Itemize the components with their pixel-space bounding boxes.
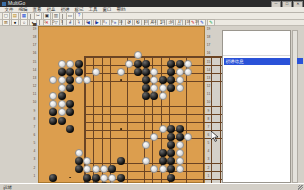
board-cell-S7[interactable] xyxy=(184,149,192,157)
board-cell-H6[interactable] xyxy=(100,157,108,165)
board-cell-M12[interactable] xyxy=(133,108,141,116)
board-cell-P13[interactable] xyxy=(159,100,167,108)
board-cell-C7[interactable] xyxy=(58,149,66,157)
board-cell-S14[interactable] xyxy=(184,92,192,100)
board-cell-D12[interactable] xyxy=(66,108,74,116)
board-cell-M8[interactable] xyxy=(133,141,141,149)
board-cell-M17[interactable] xyxy=(133,68,141,76)
board-cell-D13[interactable] xyxy=(66,100,74,108)
board-cell-Q13[interactable] xyxy=(167,100,175,108)
board-cell-K14[interactable] xyxy=(117,92,125,100)
board-cell-A13[interactable] xyxy=(41,100,49,108)
board-cell-K12[interactable] xyxy=(117,108,125,116)
board-cell-O19[interactable] xyxy=(150,51,158,59)
board-cell-M9[interactable] xyxy=(133,133,141,141)
board-cell-B11[interactable] xyxy=(49,117,57,125)
board-cell-G11[interactable] xyxy=(91,117,99,125)
board-cell-Q14[interactable] xyxy=(167,92,175,100)
board-cell-J9[interactable] xyxy=(108,133,116,141)
board-cell-O18[interactable] xyxy=(150,60,158,68)
board-cell-T12[interactable] xyxy=(192,108,200,116)
board-cell-N7[interactable] xyxy=(142,149,150,157)
board-cell-B8[interactable] xyxy=(49,141,57,149)
board-cell-C10[interactable] xyxy=(58,125,66,133)
board-cell-N12[interactable] xyxy=(142,108,150,116)
menu-item[interactable]: 帮助 xyxy=(114,7,128,13)
board-cell-K13[interactable] xyxy=(117,100,125,108)
board-cell-J10[interactable] xyxy=(108,125,116,133)
board-cell-J15[interactable] xyxy=(108,84,116,92)
board-cell-E11[interactable] xyxy=(74,117,82,125)
board-cell-B9[interactable] xyxy=(49,133,57,141)
board-cell-O15[interactable] xyxy=(150,84,158,92)
board-cell-P14[interactable] xyxy=(159,92,167,100)
board-cell-L16[interactable] xyxy=(125,76,133,84)
board-cell-B15[interactable] xyxy=(49,84,57,92)
board-cell-T4[interactable] xyxy=(192,174,200,182)
board-cell-E10[interactable] xyxy=(74,125,82,133)
board-cell-P17[interactable] xyxy=(159,68,167,76)
board-cell-E6[interactable] xyxy=(74,157,82,165)
board-cell-O7[interactable] xyxy=(150,149,158,157)
board-cell-F11[interactable] xyxy=(83,117,91,125)
board-cell-J13[interactable] xyxy=(108,100,116,108)
board-cell-F6[interactable] xyxy=(83,157,91,165)
board-cell-S11[interactable] xyxy=(184,117,192,125)
board-cell-L6[interactable] xyxy=(125,157,133,165)
board-cell-Q19[interactable] xyxy=(167,51,175,59)
board-cell-E15[interactable] xyxy=(74,84,82,92)
board-cell-Q6[interactable] xyxy=(167,157,175,165)
board-cell-H12[interactable] xyxy=(100,108,108,116)
board-cell-P11[interactable] xyxy=(159,117,167,125)
board-cell-N9[interactable] xyxy=(142,133,150,141)
board-cell-B10[interactable] xyxy=(49,125,57,133)
board-cell-E14[interactable] xyxy=(74,92,82,100)
board-cell-J12[interactable] xyxy=(108,108,116,116)
board-cell-J16[interactable] xyxy=(108,76,116,84)
board-cell-K7[interactable] xyxy=(117,149,125,157)
board-cell-T16[interactable] xyxy=(192,76,200,84)
board-cell-H4[interactable] xyxy=(100,174,108,182)
board-cell-H9[interactable] xyxy=(100,133,108,141)
board-cell-T7[interactable] xyxy=(192,149,200,157)
board-cell-H11[interactable] xyxy=(100,117,108,125)
board-cell-K11[interactable] xyxy=(117,117,125,125)
board-cell-P12[interactable] xyxy=(159,108,167,116)
board-cell-F10[interactable] xyxy=(83,125,91,133)
board-cell-H8[interactable] xyxy=(100,141,108,149)
board-cell-R18[interactable] xyxy=(176,60,184,68)
board-cell-Q11[interactable] xyxy=(167,117,175,125)
board-cell-J4[interactable] xyxy=(108,174,116,182)
board-cell-C14[interactable] xyxy=(58,92,66,100)
board-cell-F18[interactable] xyxy=(83,60,91,68)
board-cell-O16[interactable] xyxy=(150,76,158,84)
board-cell-F12[interactable] xyxy=(83,108,91,116)
board-cell-E19[interactable] xyxy=(74,51,82,59)
board-cell-P15[interactable] xyxy=(159,84,167,92)
board-cell-Q5[interactable] xyxy=(167,165,175,173)
board-cell-T6[interactable] xyxy=(192,157,200,165)
board-cell-D4[interactable] xyxy=(66,174,74,182)
board-cell-Q18[interactable] xyxy=(167,60,175,68)
board-cell-S18[interactable] xyxy=(184,60,192,68)
board-cell-H15[interactable] xyxy=(100,84,108,92)
board-cell-C11[interactable] xyxy=(58,117,66,125)
board-cell-P4[interactable] xyxy=(159,174,167,182)
board-cell-D14[interactable] xyxy=(66,92,74,100)
board-cell-R8[interactable] xyxy=(176,141,184,149)
board-cell-O14[interactable] xyxy=(150,92,158,100)
board-cell-N14[interactable] xyxy=(142,92,150,100)
board-cell-C5[interactable] xyxy=(58,165,66,173)
board-cell-K6[interactable] xyxy=(117,157,125,165)
board-cell-D10[interactable] xyxy=(66,125,74,133)
board-cell-O13[interactable] xyxy=(150,100,158,108)
board-cell-N8[interactable] xyxy=(142,141,150,149)
board-cell-N4[interactable] xyxy=(142,174,150,182)
board-cell-L19[interactable] xyxy=(125,51,133,59)
board-cell-B14[interactable] xyxy=(49,92,57,100)
board-cell-G10[interactable] xyxy=(91,125,99,133)
board-cell-F17[interactable] xyxy=(83,68,91,76)
board-cell-R17[interactable] xyxy=(176,68,184,76)
board-cell-A4[interactable] xyxy=(41,174,49,182)
board-cell-B18[interactable] xyxy=(49,60,57,68)
board-cell-N17[interactable] xyxy=(142,68,150,76)
board-cell-T18[interactable] xyxy=(192,60,200,68)
board-cell-O11[interactable] xyxy=(150,117,158,125)
board-cell-H18[interactable] xyxy=(100,60,108,68)
board-cell-Q12[interactable] xyxy=(167,108,175,116)
board-cell-S12[interactable] xyxy=(184,108,192,116)
board-cell-N18[interactable] xyxy=(142,60,150,68)
board-cell-G17[interactable] xyxy=(91,68,99,76)
board-cell-R12[interactable] xyxy=(176,108,184,116)
board-cell-B16[interactable] xyxy=(49,76,57,84)
board-cell-J14[interactable] xyxy=(108,92,116,100)
board-cell-N11[interactable] xyxy=(142,117,150,125)
board-cell-K17[interactable] xyxy=(117,68,125,76)
board-cell-S15[interactable] xyxy=(184,84,192,92)
board-cell-R4[interactable] xyxy=(176,174,184,182)
selected-node-item[interactable]: 棋谱信息 xyxy=(224,58,290,65)
board-cell-F13[interactable] xyxy=(83,100,91,108)
board-cell-T9[interactable] xyxy=(192,133,200,141)
board-cell-S19[interactable] xyxy=(184,51,192,59)
board-cell-B12[interactable] xyxy=(49,108,57,116)
board-cell-K8[interactable] xyxy=(117,141,125,149)
board-cell-F15[interactable] xyxy=(83,84,91,92)
board-cell-L13[interactable] xyxy=(125,100,133,108)
board-cell-L8[interactable] xyxy=(125,141,133,149)
board-cell-G14[interactable] xyxy=(91,92,99,100)
board-cell-P6[interactable] xyxy=(159,157,167,165)
board-cell-G6[interactable] xyxy=(91,157,99,165)
board-cell-R7[interactable] xyxy=(176,149,184,157)
board-cell-J18[interactable] xyxy=(108,60,116,68)
board-cell-F7[interactable] xyxy=(83,149,91,157)
board-cell-S10[interactable] xyxy=(184,125,192,133)
board-cell-D15[interactable] xyxy=(66,84,74,92)
board-cell-S13[interactable] xyxy=(184,100,192,108)
board-cell-B17[interactable] xyxy=(49,68,57,76)
board-cell-L11[interactable] xyxy=(125,117,133,125)
board-cell-O4[interactable] xyxy=(150,174,158,182)
board-cell-C16[interactable] xyxy=(58,76,66,84)
board-cell-L12[interactable] xyxy=(125,108,133,116)
board-cell-J6[interactable] xyxy=(108,157,116,165)
board-cell-Q7[interactable] xyxy=(167,149,175,157)
board-cell-A15[interactable] xyxy=(41,84,49,92)
board-cell-Q4[interactable] xyxy=(167,174,175,182)
board-cell-H19[interactable] xyxy=(100,51,108,59)
board-cell-P19[interactable] xyxy=(159,51,167,59)
board-cell-H10[interactable] xyxy=(100,125,108,133)
board-cell-L5[interactable] xyxy=(125,165,133,173)
board-cell-D19[interactable] xyxy=(66,51,74,59)
board-cell-C4[interactable] xyxy=(58,174,66,182)
board-cell-S6[interactable] xyxy=(184,157,192,165)
board-cell-E13[interactable] xyxy=(74,100,82,108)
board-cell-M18[interactable] xyxy=(133,60,141,68)
board-cell-F5[interactable] xyxy=(83,165,91,173)
board-cell-D17[interactable] xyxy=(66,68,74,76)
board-cell-S17[interactable] xyxy=(184,68,192,76)
board-cell-T11[interactable] xyxy=(192,117,200,125)
board-cell-E8[interactable] xyxy=(74,141,82,149)
board-cell-G16[interactable] xyxy=(91,76,99,84)
board-cell-T14[interactable] xyxy=(192,92,200,100)
board-cell-M7[interactable] xyxy=(133,149,141,157)
board-cell-B7[interactable] xyxy=(49,149,57,157)
board-cell-T19[interactable] xyxy=(192,51,200,59)
board-cell-A5[interactable] xyxy=(41,165,49,173)
board-cell-J11[interactable] xyxy=(108,117,116,125)
board-cell-T17[interactable] xyxy=(192,68,200,76)
board-cell-S9[interactable] xyxy=(184,133,192,141)
board-cell-G12[interactable] xyxy=(91,108,99,116)
menu-item[interactable]: 窗口 xyxy=(100,7,114,13)
board-cell-N19[interactable] xyxy=(142,51,150,59)
board-cell-N13[interactable] xyxy=(142,100,150,108)
board-cell-J8[interactable] xyxy=(108,141,116,149)
board-cell-G15[interactable] xyxy=(91,84,99,92)
board-cell-F14[interactable] xyxy=(83,92,91,100)
board-cell-M13[interactable] xyxy=(133,100,141,108)
board-cell-K16[interactable] xyxy=(117,76,125,84)
board-cell-L15[interactable] xyxy=(125,84,133,92)
board-cell-B5[interactable] xyxy=(49,165,57,173)
board-cell-S16[interactable] xyxy=(184,76,192,84)
board-cell-C18[interactable] xyxy=(58,60,66,68)
board-cell-C12[interactable] xyxy=(58,108,66,116)
board-cell-O5[interactable] xyxy=(150,165,158,173)
board-cell-H17[interactable] xyxy=(100,68,108,76)
board-cell-M16[interactable] xyxy=(133,76,141,84)
board-cell-C9[interactable] xyxy=(58,133,66,141)
board-cell-J5[interactable] xyxy=(108,165,116,173)
board-cell-T10[interactable] xyxy=(192,125,200,133)
board-cell-T15[interactable] xyxy=(192,84,200,92)
board-cell-E4[interactable] xyxy=(74,174,82,182)
board-cell-E16[interactable] xyxy=(74,76,82,84)
board-cell-D6[interactable] xyxy=(66,157,74,165)
resize-grip[interactable] xyxy=(298,185,303,190)
board-cell-P9[interactable] xyxy=(159,133,167,141)
board-cell-H5[interactable] xyxy=(100,165,108,173)
board-cell-P7[interactable] xyxy=(159,149,167,157)
board-cell-M4[interactable] xyxy=(133,174,141,182)
board-cell-Q17[interactable] xyxy=(167,68,175,76)
board-cell-R19[interactable] xyxy=(176,51,184,59)
board-cell-E17[interactable] xyxy=(74,68,82,76)
board-cell-A18[interactable] xyxy=(41,60,49,68)
board-cell-M5[interactable] xyxy=(133,165,141,173)
board-cell-R6[interactable] xyxy=(176,157,184,165)
board-cell-P5[interactable] xyxy=(159,165,167,173)
board-cell-E5[interactable] xyxy=(74,165,82,173)
board-cell-Q16[interactable] xyxy=(167,76,175,84)
board-cell-D11[interactable] xyxy=(66,117,74,125)
board-cell-S8[interactable] xyxy=(184,141,192,149)
board-cell-A19[interactable] xyxy=(41,51,49,59)
board-cell-L17[interactable] xyxy=(125,68,133,76)
board-cell-O9[interactable] xyxy=(150,133,158,141)
board-cell-D18[interactable] xyxy=(66,60,74,68)
board-cell-N6[interactable] xyxy=(142,157,150,165)
board-cell-B19[interactable] xyxy=(49,51,57,59)
board-cell-O6[interactable] xyxy=(150,157,158,165)
board-cell-K5[interactable] xyxy=(117,165,125,173)
board-cell-L14[interactable] xyxy=(125,92,133,100)
board-cell-C6[interactable] xyxy=(58,157,66,165)
board-cell-L9[interactable] xyxy=(125,133,133,141)
board-cell-S5[interactable] xyxy=(184,165,192,173)
board-cell-J19[interactable] xyxy=(108,51,116,59)
board-cell-T5[interactable] xyxy=(192,165,200,173)
board-cell-C8[interactable] xyxy=(58,141,66,149)
board-cell-D16[interactable] xyxy=(66,76,74,84)
board-cell-D8[interactable] xyxy=(66,141,74,149)
board-cell-R14[interactable] xyxy=(176,92,184,100)
board-cell-A6[interactable] xyxy=(41,157,49,165)
board-cell-R13[interactable] xyxy=(176,100,184,108)
board-cell-T8[interactable] xyxy=(192,141,200,149)
board-cell-A16[interactable] xyxy=(41,76,49,84)
panel-scrollbar[interactable] xyxy=(292,30,298,183)
board-cell-F19[interactable] xyxy=(83,51,91,59)
board-cell-A12[interactable] xyxy=(41,108,49,116)
board-cell-G4[interactable] xyxy=(91,174,99,182)
board-cell-K4[interactable] xyxy=(117,174,125,182)
board-cell-R15[interactable] xyxy=(176,84,184,92)
board-cell-K10[interactable] xyxy=(117,125,125,133)
board-cell-K18[interactable] xyxy=(117,60,125,68)
menu-item[interactable]: 工具 xyxy=(86,7,100,13)
board-cell-G7[interactable] xyxy=(91,149,99,157)
board-cell-G5[interactable] xyxy=(91,165,99,173)
board-cell-B6[interactable] xyxy=(49,157,57,165)
board-cell-F16[interactable] xyxy=(83,76,91,84)
board-cell-G8[interactable] xyxy=(91,141,99,149)
board-cell-A9[interactable] xyxy=(41,133,49,141)
board-cell-Q10[interactable] xyxy=(167,125,175,133)
board-cell-F9[interactable] xyxy=(83,133,91,141)
board-cell-R9[interactable] xyxy=(176,133,184,141)
board-cell-D7[interactable] xyxy=(66,149,74,157)
board-cell-N15[interactable] xyxy=(142,84,150,92)
board-cell-P8[interactable] xyxy=(159,141,167,149)
board-cell-O12[interactable] xyxy=(150,108,158,116)
board-cell-M14[interactable] xyxy=(133,92,141,100)
board-cell-N16[interactable] xyxy=(142,76,150,84)
board-cell-D9[interactable] xyxy=(66,133,74,141)
board-cell-C15[interactable] xyxy=(58,84,66,92)
board-cell-L4[interactable] xyxy=(125,174,133,182)
board-cell-L7[interactable] xyxy=(125,149,133,157)
board-cell-J17[interactable] xyxy=(108,68,116,76)
board-cell-E18[interactable] xyxy=(74,60,82,68)
board-cell-E9[interactable] xyxy=(74,133,82,141)
board-cell-M6[interactable] xyxy=(133,157,141,165)
board-cell-C13[interactable] xyxy=(58,100,66,108)
board-cell-R10[interactable] xyxy=(176,125,184,133)
board-cell-F8[interactable] xyxy=(83,141,91,149)
board-cell-A8[interactable] xyxy=(41,141,49,149)
board-cell-J7[interactable] xyxy=(108,149,116,157)
board-cell-A11[interactable] xyxy=(41,117,49,125)
board-cell-R5[interactable] xyxy=(176,165,184,173)
board-cell-N5[interactable] xyxy=(142,165,150,173)
board-cell-C19[interactable] xyxy=(58,51,66,59)
board-cell-K19[interactable] xyxy=(117,51,125,59)
board-cell-G9[interactable] xyxy=(91,133,99,141)
board-cell-C17[interactable] xyxy=(58,68,66,76)
board-cell-E12[interactable] xyxy=(74,108,82,116)
board-cell-H14[interactable] xyxy=(100,92,108,100)
board-cell-P10[interactable] xyxy=(159,125,167,133)
board-cell-A7[interactable] xyxy=(41,149,49,157)
board-cell-H16[interactable] xyxy=(100,76,108,84)
board-cell-B13[interactable] xyxy=(49,100,57,108)
board-cell-B4[interactable] xyxy=(49,174,57,182)
board-cell-Q8[interactable] xyxy=(167,141,175,149)
board-cell-F4[interactable] xyxy=(83,174,91,182)
board-cell-Q9[interactable] xyxy=(167,133,175,141)
board-cell-A14[interactable] xyxy=(41,92,49,100)
board-cell-S4[interactable] xyxy=(184,174,192,182)
board-cell-O17[interactable] xyxy=(150,68,158,76)
board-cell-H7[interactable] xyxy=(100,149,108,157)
board-cell-G19[interactable] xyxy=(91,51,99,59)
board-cell-H13[interactable] xyxy=(100,100,108,108)
board-cell-M11[interactable] xyxy=(133,117,141,125)
board-cell-A10[interactable] xyxy=(41,125,49,133)
board-cell-M10[interactable] xyxy=(133,125,141,133)
board-cell-L10[interactable] xyxy=(125,125,133,133)
board-cell-E7[interactable] xyxy=(74,149,82,157)
board-cell-O8[interactable] xyxy=(150,141,158,149)
board-cell-A17[interactable] xyxy=(41,68,49,76)
board-cell-R11[interactable] xyxy=(176,117,184,125)
board-cell-P16[interactable] xyxy=(159,76,167,84)
board-cell-G13[interactable] xyxy=(91,100,99,108)
board-cell-O10[interactable] xyxy=(150,125,158,133)
board-cell-D5[interactable] xyxy=(66,165,74,173)
board-cell-M15[interactable] xyxy=(133,84,141,92)
